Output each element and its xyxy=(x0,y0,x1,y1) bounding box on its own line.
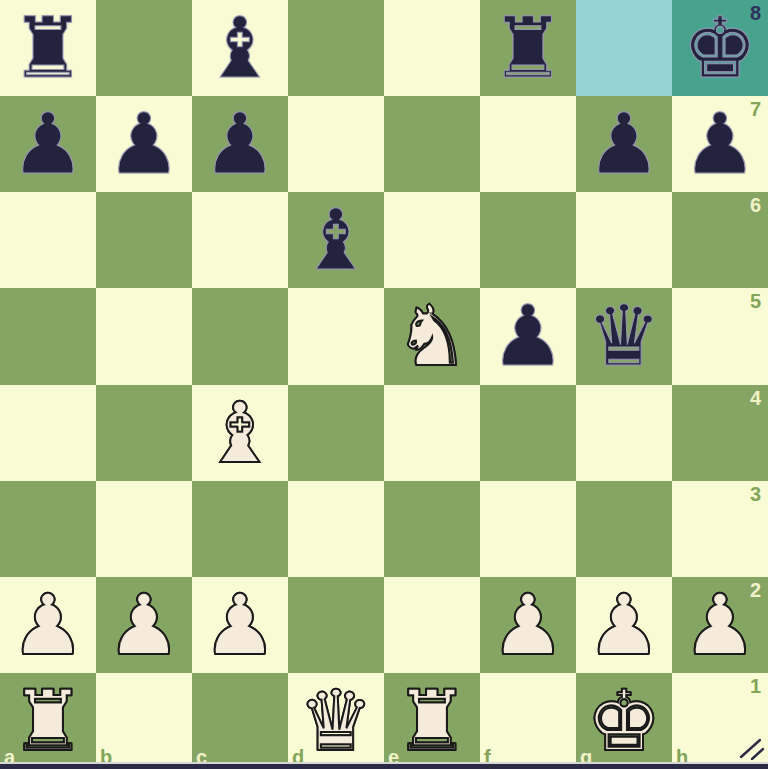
square-a6[interactable] xyxy=(0,192,96,288)
square-g4[interactable] xyxy=(576,385,672,481)
square-e2[interactable] xyxy=(384,577,480,673)
piece-black-pawn[interactable]: ♟ xyxy=(10,102,85,186)
square-h3[interactable]: 3 xyxy=(672,481,768,577)
square-b1[interactable]: b xyxy=(96,673,192,769)
square-e5[interactable]: ♞ xyxy=(384,288,480,384)
square-d3[interactable] xyxy=(288,481,384,577)
square-d5[interactable] xyxy=(288,288,384,384)
square-d2[interactable] xyxy=(288,577,384,673)
square-a5[interactable] xyxy=(0,288,96,384)
piece-white-pawn[interactable]: ♟ xyxy=(490,583,565,667)
square-b7[interactable]: ♟ xyxy=(96,96,192,192)
square-a4[interactable] xyxy=(0,385,96,481)
square-a3[interactable] xyxy=(0,481,96,577)
piece-white-pawn[interactable]: ♟ xyxy=(202,583,277,667)
square-c6[interactable] xyxy=(192,192,288,288)
piece-white-king[interactable]: ♚ xyxy=(586,679,661,763)
square-a7[interactable]: ♟ xyxy=(0,96,96,192)
square-e7[interactable] xyxy=(384,96,480,192)
square-d1[interactable]: ♛d xyxy=(288,673,384,769)
square-c7[interactable]: ♟ xyxy=(192,96,288,192)
piece-white-pawn[interactable]: ♟ xyxy=(682,583,757,667)
square-h5[interactable]: 5 xyxy=(672,288,768,384)
square-e3[interactable] xyxy=(384,481,480,577)
rank-label-1: 1 xyxy=(750,675,761,698)
square-e6[interactable] xyxy=(384,192,480,288)
square-c3[interactable] xyxy=(192,481,288,577)
square-g8[interactable] xyxy=(576,0,672,96)
square-f3[interactable] xyxy=(480,481,576,577)
square-f5[interactable]: ♟ xyxy=(480,288,576,384)
rank-label-3: 3 xyxy=(750,483,761,506)
square-g3[interactable] xyxy=(576,481,672,577)
square-d7[interactable] xyxy=(288,96,384,192)
piece-white-pawn[interactable]: ♟ xyxy=(586,583,661,667)
square-a1[interactable]: ♜a xyxy=(0,673,96,769)
square-e8[interactable] xyxy=(384,0,480,96)
chess-app: ♜♝♜♚8♟♟♟♟♟7♝6♞♟♛5♝43♟♟♟♟♟♟2♜abc♛d♜ef♚gh1 xyxy=(0,0,768,769)
piece-white-pawn[interactable]: ♟ xyxy=(106,583,181,667)
piece-black-rook[interactable]: ♜ xyxy=(490,6,565,90)
square-b2[interactable]: ♟ xyxy=(96,577,192,673)
piece-black-rook[interactable]: ♜ xyxy=(10,6,85,90)
chess-board: ♜♝♜♚8♟♟♟♟♟7♝6♞♟♛5♝43♟♟♟♟♟♟2♜abc♛d♜ef♚gh1 xyxy=(0,0,768,769)
square-h7[interactable]: ♟7 xyxy=(672,96,768,192)
square-b3[interactable] xyxy=(96,481,192,577)
square-d8[interactable] xyxy=(288,0,384,96)
square-b8[interactable] xyxy=(96,0,192,96)
square-c5[interactable] xyxy=(192,288,288,384)
square-b6[interactable] xyxy=(96,192,192,288)
square-g5[interactable]: ♛ xyxy=(576,288,672,384)
rank-label-6: 6 xyxy=(750,194,761,217)
square-f2[interactable]: ♟ xyxy=(480,577,576,673)
square-h2[interactable]: ♟2 xyxy=(672,577,768,673)
resize-handle-icon[interactable] xyxy=(739,736,765,760)
square-e4[interactable] xyxy=(384,385,480,481)
piece-black-bishop[interactable]: ♝ xyxy=(202,6,277,90)
square-g2[interactable]: ♟ xyxy=(576,577,672,673)
square-f4[interactable] xyxy=(480,385,576,481)
square-a8[interactable]: ♜ xyxy=(0,0,96,96)
piece-black-queen[interactable]: ♛ xyxy=(586,294,661,378)
square-g6[interactable] xyxy=(576,192,672,288)
piece-black-pawn[interactable]: ♟ xyxy=(586,102,661,186)
square-b5[interactable] xyxy=(96,288,192,384)
square-g1[interactable]: ♚g xyxy=(576,673,672,769)
square-e1[interactable]: ♜e xyxy=(384,673,480,769)
square-c4[interactable]: ♝ xyxy=(192,385,288,481)
bottom-bar xyxy=(0,762,768,769)
piece-white-knight[interactable]: ♞ xyxy=(394,294,469,378)
piece-white-rook[interactable]: ♜ xyxy=(394,679,469,763)
square-c8[interactable]: ♝ xyxy=(192,0,288,96)
square-f7[interactable] xyxy=(480,96,576,192)
piece-black-pawn[interactable]: ♟ xyxy=(682,102,757,186)
square-f1[interactable]: f xyxy=(480,673,576,769)
rank-label-4: 4 xyxy=(750,387,761,410)
square-c1[interactable]: c xyxy=(192,673,288,769)
square-h6[interactable]: 6 xyxy=(672,192,768,288)
square-g7[interactable]: ♟ xyxy=(576,96,672,192)
piece-black-pawn[interactable]: ♟ xyxy=(106,102,181,186)
square-f6[interactable] xyxy=(480,192,576,288)
piece-black-bishop[interactable]: ♝ xyxy=(298,198,373,282)
square-f8[interactable]: ♜ xyxy=(480,0,576,96)
piece-white-pawn[interactable]: ♟ xyxy=(10,583,85,667)
square-b4[interactable] xyxy=(96,385,192,481)
rank-label-5: 5 xyxy=(750,290,761,313)
square-d4[interactable] xyxy=(288,385,384,481)
square-d6[interactable]: ♝ xyxy=(288,192,384,288)
square-h8[interactable]: ♚8 xyxy=(672,0,768,96)
piece-white-bishop[interactable]: ♝ xyxy=(202,391,277,475)
piece-white-rook[interactable]: ♜ xyxy=(10,679,85,763)
square-c2[interactable]: ♟ xyxy=(192,577,288,673)
square-a2[interactable]: ♟ xyxy=(0,577,96,673)
piece-black-king[interactable]: ♚ xyxy=(682,6,757,90)
square-h4[interactable]: 4 xyxy=(672,385,768,481)
piece-black-pawn[interactable]: ♟ xyxy=(490,294,565,378)
piece-black-pawn[interactable]: ♟ xyxy=(202,102,277,186)
piece-white-queen[interactable]: ♛ xyxy=(298,679,373,763)
